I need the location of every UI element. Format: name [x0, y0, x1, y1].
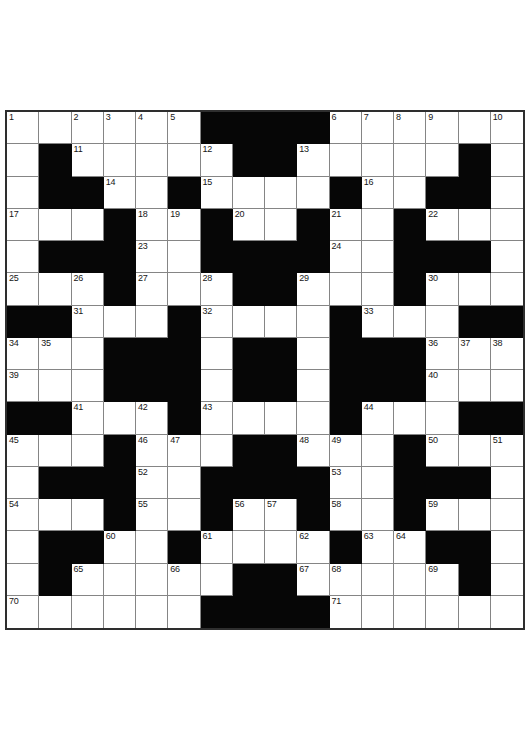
grid-cell[interactable] — [136, 596, 168, 628]
clue-number: 51 — [493, 435, 503, 445]
clue-number: 36 — [428, 338, 438, 348]
grid-cell[interactable] — [362, 499, 394, 531]
grid-cell[interactable]: 67 — [297, 564, 329, 596]
grid-cell[interactable]: 58 — [330, 499, 362, 531]
black-cell — [394, 370, 426, 402]
grid-cell[interactable]: 61 — [201, 531, 233, 563]
clue-number: 37 — [461, 338, 471, 348]
black-cell — [39, 177, 71, 209]
clue-number: 66 — [170, 564, 180, 574]
grid-cell[interactable] — [72, 435, 104, 467]
black-cell — [297, 112, 329, 144]
grid-cell[interactable]: 17 — [7, 209, 39, 241]
black-cell — [330, 402, 362, 434]
grid-cell[interactable]: 23 — [136, 241, 168, 273]
clue-number: 31 — [74, 306, 84, 316]
grid-cell[interactable] — [330, 273, 362, 305]
black-cell — [104, 467, 136, 499]
grid-cell[interactable] — [201, 435, 233, 467]
black-cell — [201, 467, 233, 499]
grid-cell[interactable]: 24 — [330, 241, 362, 273]
clue-number: 6 — [332, 112, 337, 122]
clue-number: 27 — [138, 273, 148, 283]
black-cell — [104, 338, 136, 370]
grid-cell[interactable] — [201, 338, 233, 370]
grid-cell[interactable] — [39, 499, 71, 531]
grid-cell[interactable]: 16 — [362, 177, 394, 209]
grid-cell[interactable] — [297, 177, 329, 209]
grid-cell[interactable] — [201, 370, 233, 402]
black-cell — [39, 564, 71, 596]
grid-cell[interactable] — [491, 499, 523, 531]
clue-number: 9 — [428, 112, 433, 122]
clue-number: 29 — [299, 273, 309, 283]
clue-number: 63 — [364, 531, 374, 541]
grid-cell[interactable] — [233, 306, 265, 338]
grid-cell[interactable]: 25 — [7, 273, 39, 305]
grid-cell[interactable]: 7 — [362, 112, 394, 144]
grid-cell[interactable] — [168, 144, 200, 176]
black-cell — [72, 177, 104, 209]
grid-cell[interactable] — [491, 370, 523, 402]
grid-cell[interactable]: 59 — [426, 499, 458, 531]
black-cell — [72, 467, 104, 499]
grid-cell[interactable] — [491, 241, 523, 273]
grid-cell[interactable] — [104, 306, 136, 338]
grid-cell[interactable] — [7, 467, 39, 499]
clue-number: 62 — [299, 531, 309, 541]
black-cell — [459, 306, 491, 338]
black-cell — [201, 112, 233, 144]
grid-cell[interactable] — [362, 596, 394, 628]
grid-cell[interactable] — [297, 402, 329, 434]
black-cell — [233, 435, 265, 467]
grid-cell[interactable]: 48 — [297, 435, 329, 467]
grid-cell[interactable] — [394, 596, 426, 628]
black-cell — [330, 338, 362, 370]
grid-cell[interactable] — [136, 531, 168, 563]
grid-cell[interactable]: 50 — [426, 435, 458, 467]
black-cell — [233, 596, 265, 628]
clue-number: 48 — [299, 435, 309, 445]
black-cell — [265, 564, 297, 596]
grid-cell[interactable] — [72, 209, 104, 241]
grid-cell[interactable] — [362, 144, 394, 176]
grid-cell[interactable] — [265, 306, 297, 338]
grid-cell[interactable]: 57 — [265, 499, 297, 531]
grid-cell[interactable] — [362, 273, 394, 305]
grid-cell[interactable]: 33 — [362, 306, 394, 338]
clue-number: 8 — [396, 112, 401, 122]
grid-cell[interactable]: 2 — [72, 112, 104, 144]
black-cell — [394, 499, 426, 531]
black-cell — [459, 467, 491, 499]
black-cell — [362, 370, 394, 402]
clue-number: 54 — [9, 499, 19, 509]
black-cell — [265, 467, 297, 499]
grid-cell[interactable]: 32 — [201, 306, 233, 338]
grid-cell[interactable]: 34 — [7, 338, 39, 370]
clue-number: 4 — [138, 112, 143, 122]
clue-number: 53 — [332, 467, 342, 477]
grid-cell[interactable] — [136, 306, 168, 338]
black-cell — [265, 370, 297, 402]
clue-number: 65 — [74, 564, 84, 574]
grid-cell[interactable]: 51 — [491, 435, 523, 467]
black-cell — [491, 306, 523, 338]
grid-cell[interactable]: 37 — [459, 338, 491, 370]
grid-cell[interactable] — [491, 177, 523, 209]
grid-cell[interactable]: 65 — [72, 564, 104, 596]
grid-cell[interactable] — [394, 402, 426, 434]
black-cell — [136, 370, 168, 402]
clue-number: 57 — [267, 499, 277, 509]
grid-cell[interactable] — [297, 306, 329, 338]
grid-cell[interactable] — [39, 435, 71, 467]
grid-cell[interactable] — [394, 306, 426, 338]
black-cell — [104, 499, 136, 531]
clue-number: 60 — [106, 531, 116, 541]
grid-cell[interactable]: 19 — [168, 209, 200, 241]
grid-cell[interactable] — [459, 596, 491, 628]
clue-number: 21 — [332, 209, 342, 219]
black-cell — [201, 499, 233, 531]
black-cell — [394, 338, 426, 370]
grid-cell[interactable]: 60 — [104, 531, 136, 563]
grid-cell[interactable] — [394, 564, 426, 596]
grid-cell[interactable] — [426, 306, 458, 338]
black-cell — [39, 402, 71, 434]
grid-cell[interactable] — [168, 596, 200, 628]
grid-cell[interactable] — [104, 144, 136, 176]
clue-number: 28 — [203, 273, 213, 283]
grid-cell[interactable] — [394, 144, 426, 176]
grid-cell[interactable] — [39, 209, 71, 241]
grid-cell[interactable] — [39, 370, 71, 402]
grid-cell[interactable] — [491, 273, 523, 305]
grid-cell[interactable] — [104, 402, 136, 434]
grid-cell[interactable] — [39, 596, 71, 628]
grid-cell[interactable] — [426, 402, 458, 434]
grid-cell[interactable] — [168, 273, 200, 305]
page: 1234567891011121314151617181920212223242… — [0, 0, 531, 750]
grid-cell[interactable]: 3 — [104, 112, 136, 144]
clue-number: 25 — [9, 273, 19, 283]
black-cell — [233, 241, 265, 273]
clue-number: 58 — [332, 499, 342, 509]
grid-cell[interactable] — [233, 177, 265, 209]
black-cell — [330, 177, 362, 209]
grid-cell[interactable]: 5 — [168, 112, 200, 144]
grid-cell[interactable] — [491, 564, 523, 596]
clue-number: 33 — [364, 306, 374, 316]
black-cell — [168, 306, 200, 338]
grid-cell[interactable] — [39, 112, 71, 144]
clue-number: 39 — [9, 370, 19, 380]
grid-cell[interactable] — [7, 241, 39, 273]
black-cell — [330, 370, 362, 402]
grid-cell[interactable] — [104, 564, 136, 596]
clue-number: 67 — [299, 564, 309, 574]
black-cell — [233, 273, 265, 305]
clue-number: 10 — [493, 112, 503, 122]
clue-number: 3 — [106, 112, 111, 122]
clue-number: 32 — [203, 306, 213, 316]
grid-cell[interactable] — [426, 144, 458, 176]
grid-cell[interactable] — [394, 177, 426, 209]
grid-cell[interactable] — [265, 177, 297, 209]
black-cell — [39, 467, 71, 499]
black-cell — [201, 596, 233, 628]
grid-cell[interactable] — [265, 402, 297, 434]
grid-cell[interactable] — [362, 564, 394, 596]
grid-cell[interactable] — [459, 209, 491, 241]
grid-cell[interactable]: 64 — [394, 531, 426, 563]
grid-cell[interactable] — [362, 467, 394, 499]
black-cell — [491, 402, 523, 434]
grid-cell[interactable] — [459, 112, 491, 144]
grid-cell[interactable]: 47 — [168, 435, 200, 467]
black-cell — [233, 112, 265, 144]
black-cell — [233, 467, 265, 499]
grid-cell[interactable]: 46 — [136, 435, 168, 467]
clue-number: 59 — [428, 499, 438, 509]
grid-cell[interactable] — [72, 596, 104, 628]
clue-number: 46 — [138, 435, 148, 445]
grid-cell[interactable] — [168, 467, 200, 499]
black-cell — [104, 241, 136, 273]
black-cell — [136, 338, 168, 370]
black-cell — [459, 241, 491, 273]
clue-number: 61 — [203, 531, 213, 541]
grid-cell[interactable]: 71 — [330, 596, 362, 628]
grid-cell[interactable] — [459, 273, 491, 305]
black-cell — [104, 273, 136, 305]
grid-cell[interactable] — [7, 564, 39, 596]
black-cell — [330, 531, 362, 563]
clue-number: 69 — [428, 564, 438, 574]
grid-cell[interactable] — [7, 531, 39, 563]
grid-cell[interactable]: 30 — [426, 273, 458, 305]
grid-cell[interactable]: 52 — [136, 467, 168, 499]
clue-number: 26 — [74, 273, 84, 283]
clue-number: 34 — [9, 338, 19, 348]
clue-number: 56 — [235, 499, 245, 509]
grid-cell[interactable] — [104, 596, 136, 628]
black-cell — [297, 499, 329, 531]
grid-cell[interactable]: 38 — [491, 338, 523, 370]
grid-cell[interactable]: 14 — [104, 177, 136, 209]
clue-number: 68 — [332, 564, 342, 574]
grid-cell[interactable] — [265, 209, 297, 241]
grid-cell[interactable]: 28 — [201, 273, 233, 305]
grid-cell[interactable] — [491, 467, 523, 499]
black-cell — [7, 306, 39, 338]
grid-cell[interactable] — [362, 209, 394, 241]
grid-cell[interactable]: 13 — [297, 144, 329, 176]
black-cell — [265, 596, 297, 628]
grid-cell[interactable]: 15 — [201, 177, 233, 209]
black-cell — [362, 338, 394, 370]
grid-cell[interactable] — [136, 177, 168, 209]
grid-cell[interactable]: 4 — [136, 112, 168, 144]
grid-cell[interactable]: 20 — [233, 209, 265, 241]
grid-cell[interactable]: 12 — [201, 144, 233, 176]
grid-cell[interactable] — [7, 144, 39, 176]
grid-cell[interactable] — [72, 499, 104, 531]
clue-number: 64 — [396, 531, 406, 541]
clue-number: 43 — [203, 402, 213, 412]
grid-cell[interactable]: 9 — [426, 112, 458, 144]
black-cell — [233, 564, 265, 596]
grid-cell[interactable]: 44 — [362, 402, 394, 434]
grid-cell[interactable] — [330, 144, 362, 176]
clue-number: 70 — [9, 596, 19, 606]
black-cell — [459, 144, 491, 176]
clue-number: 49 — [332, 435, 342, 445]
clue-number: 30 — [428, 273, 438, 283]
grid-cell[interactable]: 41 — [72, 402, 104, 434]
clue-number: 1 — [9, 112, 14, 122]
black-cell — [459, 531, 491, 563]
grid-cell[interactable] — [136, 564, 168, 596]
black-cell — [39, 241, 71, 273]
clue-number: 15 — [203, 177, 213, 187]
grid-cell[interactable]: 29 — [297, 273, 329, 305]
clue-number: 45 — [9, 435, 19, 445]
grid-cell[interactable]: 70 — [7, 596, 39, 628]
grid-cell[interactable] — [233, 531, 265, 563]
crossword-grid: 1234567891011121314151617181920212223242… — [5, 110, 525, 630]
grid-cell[interactable]: 31 — [72, 306, 104, 338]
grid-cell[interactable]: 36 — [426, 338, 458, 370]
grid-cell[interactable] — [459, 370, 491, 402]
black-cell — [233, 144, 265, 176]
black-cell — [426, 241, 458, 273]
black-cell — [394, 241, 426, 273]
grid-cell[interactable] — [491, 596, 523, 628]
grid-cell[interactable]: 42 — [136, 402, 168, 434]
grid-cell[interactable]: 69 — [426, 564, 458, 596]
black-cell — [233, 370, 265, 402]
grid-cell[interactable]: 45 — [7, 435, 39, 467]
clue-number: 13 — [299, 144, 309, 154]
grid-cell[interactable] — [297, 338, 329, 370]
grid-cell[interactable]: 26 — [72, 273, 104, 305]
grid-cell[interactable]: 53 — [330, 467, 362, 499]
grid-cell[interactable]: 54 — [7, 499, 39, 531]
grid-cell[interactable]: 6 — [330, 112, 362, 144]
black-cell — [39, 144, 71, 176]
black-cell — [39, 306, 71, 338]
black-cell — [394, 467, 426, 499]
grid-cell[interactable] — [265, 531, 297, 563]
grid-cell[interactable] — [39, 273, 71, 305]
black-cell — [265, 273, 297, 305]
grid-cell[interactable]: 11 — [72, 144, 104, 176]
grid-cell[interactable]: 10 — [491, 112, 523, 144]
black-cell — [394, 273, 426, 305]
grid-cell[interactable]: 18 — [136, 209, 168, 241]
grid-cell[interactable] — [491, 531, 523, 563]
black-cell — [459, 564, 491, 596]
clue-number: 20 — [235, 209, 245, 219]
grid-cell[interactable]: 22 — [426, 209, 458, 241]
grid-cell[interactable]: 39 — [7, 370, 39, 402]
black-cell — [297, 209, 329, 241]
clue-number: 7 — [364, 112, 369, 122]
black-cell — [265, 435, 297, 467]
grid-cell[interactable]: 66 — [168, 564, 200, 596]
grid-cell[interactable] — [72, 338, 104, 370]
black-cell — [104, 209, 136, 241]
grid-cell[interactable]: 62 — [297, 531, 329, 563]
black-cell — [459, 402, 491, 434]
clue-number: 38 — [493, 338, 503, 348]
clue-number: 40 — [428, 370, 438, 380]
grid-cell[interactable] — [362, 241, 394, 273]
grid-cell[interactable] — [491, 144, 523, 176]
black-cell — [72, 241, 104, 273]
grid-cell[interactable] — [168, 241, 200, 273]
grid-cell[interactable] — [201, 564, 233, 596]
clue-number: 16 — [364, 177, 374, 187]
black-cell — [297, 596, 329, 628]
grid-cell[interactable]: 27 — [136, 273, 168, 305]
grid-cell[interactable]: 1 — [7, 112, 39, 144]
grid-cell[interactable] — [72, 370, 104, 402]
clue-number: 2 — [74, 112, 79, 122]
black-cell — [168, 338, 200, 370]
grid-cell[interactable] — [168, 499, 200, 531]
grid-cell[interactable] — [491, 209, 523, 241]
grid-cell[interactable]: 68 — [330, 564, 362, 596]
grid-cell[interactable] — [297, 370, 329, 402]
grid-cell[interactable]: 35 — [39, 338, 71, 370]
grid-cell[interactable]: 8 — [394, 112, 426, 144]
grid-cell[interactable]: 55 — [136, 499, 168, 531]
grid-cell[interactable] — [426, 596, 458, 628]
grid-cell[interactable]: 43 — [201, 402, 233, 434]
clue-number: 55 — [138, 499, 148, 509]
black-cell — [7, 402, 39, 434]
clue-number: 44 — [364, 402, 374, 412]
grid-cell[interactable]: 56 — [233, 499, 265, 531]
grid-cell[interactable] — [136, 144, 168, 176]
grid-cell[interactable]: 63 — [362, 531, 394, 563]
black-cell — [426, 177, 458, 209]
grid-cell[interactable] — [362, 435, 394, 467]
grid-cell[interactable] — [459, 435, 491, 467]
black-cell — [168, 370, 200, 402]
clue-number: 17 — [9, 209, 19, 219]
grid-cell[interactable]: 21 — [330, 209, 362, 241]
grid-cell[interactable] — [459, 499, 491, 531]
black-cell — [104, 435, 136, 467]
clue-number: 71 — [332, 596, 342, 606]
grid-cell[interactable]: 40 — [426, 370, 458, 402]
black-cell — [426, 467, 458, 499]
clue-number: 23 — [138, 241, 148, 251]
grid-cell[interactable]: 49 — [330, 435, 362, 467]
black-cell — [168, 402, 200, 434]
black-cell — [265, 112, 297, 144]
black-cell — [104, 370, 136, 402]
black-cell — [39, 531, 71, 563]
clue-number: 41 — [74, 402, 84, 412]
grid-cell[interactable] — [7, 177, 39, 209]
grid-cell[interactable] — [233, 402, 265, 434]
